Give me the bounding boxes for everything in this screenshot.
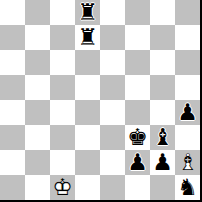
square-h1[interactable]: ♞ bbox=[175, 175, 200, 200]
piece-black-rook: ♜ bbox=[75, 0, 100, 25]
square-b2[interactable] bbox=[25, 150, 50, 175]
square-d1[interactable] bbox=[75, 175, 100, 200]
square-c2[interactable] bbox=[50, 150, 75, 175]
square-d3[interactable] bbox=[75, 125, 100, 150]
square-g2[interactable]: ♟ bbox=[150, 150, 175, 175]
square-f2[interactable]: ♟ bbox=[125, 150, 150, 175]
square-e7[interactable] bbox=[100, 25, 125, 50]
square-e8[interactable] bbox=[100, 0, 125, 25]
piece-black-pawn: ♟ bbox=[175, 100, 200, 125]
square-d7[interactable]: ♜ bbox=[75, 25, 100, 50]
black-rook-icon: ♜ bbox=[75, 25, 100, 50]
square-e3[interactable] bbox=[100, 125, 125, 150]
square-e6[interactable] bbox=[100, 50, 125, 75]
square-h5[interactable] bbox=[175, 75, 200, 100]
black-pawn-icon: ♟ bbox=[125, 150, 150, 175]
square-f7[interactable] bbox=[125, 25, 150, 50]
square-a5[interactable] bbox=[0, 75, 25, 100]
square-f6[interactable] bbox=[125, 50, 150, 75]
black-rook-icon: ♜ bbox=[75, 0, 100, 25]
square-c7[interactable] bbox=[50, 25, 75, 50]
square-c6[interactable] bbox=[50, 50, 75, 75]
square-b7[interactable] bbox=[25, 25, 50, 50]
square-b1[interactable] bbox=[25, 175, 50, 200]
square-a3[interactable] bbox=[0, 125, 25, 150]
square-b3[interactable] bbox=[25, 125, 50, 150]
black-pawn-icon: ♟ bbox=[175, 100, 200, 125]
piece-black-knight: ♞ bbox=[175, 175, 200, 200]
piece-black-pawn: ♟ bbox=[150, 150, 175, 175]
piece-black-pawn: ♟ bbox=[125, 150, 150, 175]
square-h2[interactable]: ♝♗ bbox=[175, 150, 200, 175]
square-c4[interactable] bbox=[50, 100, 75, 125]
square-d5[interactable] bbox=[75, 75, 100, 100]
piece-black-rook: ♜ bbox=[75, 25, 100, 50]
square-d6[interactable] bbox=[75, 50, 100, 75]
square-d4[interactable] bbox=[75, 100, 100, 125]
square-b4[interactable] bbox=[25, 100, 50, 125]
square-a2[interactable] bbox=[0, 150, 25, 175]
black-knight-icon: ♞ bbox=[175, 175, 200, 200]
square-f8[interactable] bbox=[125, 0, 150, 25]
square-c5[interactable] bbox=[50, 75, 75, 100]
square-a8[interactable] bbox=[0, 0, 25, 25]
white-king-fill-icon: ♚ bbox=[50, 175, 75, 200]
piece-white-bishop: ♝♗ bbox=[175, 150, 200, 175]
square-c1[interactable]: ♚♔ bbox=[50, 175, 75, 200]
square-a4[interactable] bbox=[0, 100, 25, 125]
square-e2[interactable] bbox=[100, 150, 125, 175]
square-f4[interactable] bbox=[125, 100, 150, 125]
square-h4[interactable]: ♟ bbox=[175, 100, 200, 125]
square-d8[interactable]: ♜ bbox=[75, 0, 100, 25]
black-bishop-icon: ♝ bbox=[150, 125, 175, 150]
square-c3[interactable] bbox=[50, 125, 75, 150]
square-e5[interactable] bbox=[100, 75, 125, 100]
black-pawn-icon: ♟ bbox=[150, 150, 175, 175]
square-b5[interactable] bbox=[25, 75, 50, 100]
white-bishop-fill-icon: ♝ bbox=[175, 150, 200, 175]
square-f3[interactable]: ♚ bbox=[125, 125, 150, 150]
square-g7[interactable] bbox=[150, 25, 175, 50]
square-g1[interactable] bbox=[150, 175, 175, 200]
piece-white-king: ♚♔ bbox=[50, 175, 75, 200]
piece-black-bishop: ♝ bbox=[150, 125, 175, 150]
square-g4[interactable] bbox=[150, 100, 175, 125]
piece-black-king: ♚ bbox=[125, 125, 150, 150]
square-g5[interactable] bbox=[150, 75, 175, 100]
square-h6[interactable] bbox=[175, 50, 200, 75]
white-king-icon: ♔ bbox=[50, 175, 75, 200]
square-e4[interactable] bbox=[100, 100, 125, 125]
square-f1[interactable] bbox=[125, 175, 150, 200]
black-king-icon: ♚ bbox=[125, 125, 150, 150]
square-b8[interactable] bbox=[25, 0, 50, 25]
square-a1[interactable] bbox=[0, 175, 25, 200]
white-bishop-icon: ♗ bbox=[175, 150, 200, 175]
square-h7[interactable] bbox=[175, 25, 200, 50]
square-g8[interactable] bbox=[150, 0, 175, 25]
square-a7[interactable] bbox=[0, 25, 25, 50]
square-g3[interactable]: ♝ bbox=[150, 125, 175, 150]
square-b6[interactable] bbox=[25, 50, 50, 75]
square-g6[interactable] bbox=[150, 50, 175, 75]
square-h8[interactable] bbox=[175, 0, 200, 25]
square-c8[interactable] bbox=[50, 0, 75, 25]
square-a6[interactable] bbox=[0, 50, 25, 75]
chess-board: ♜♜♟♚♝♟♟♝♗♚♔♞ bbox=[0, 0, 202, 202]
square-d2[interactable] bbox=[75, 150, 100, 175]
square-e1[interactable] bbox=[100, 175, 125, 200]
square-h3[interactable] bbox=[175, 125, 200, 150]
square-f5[interactable] bbox=[125, 75, 150, 100]
